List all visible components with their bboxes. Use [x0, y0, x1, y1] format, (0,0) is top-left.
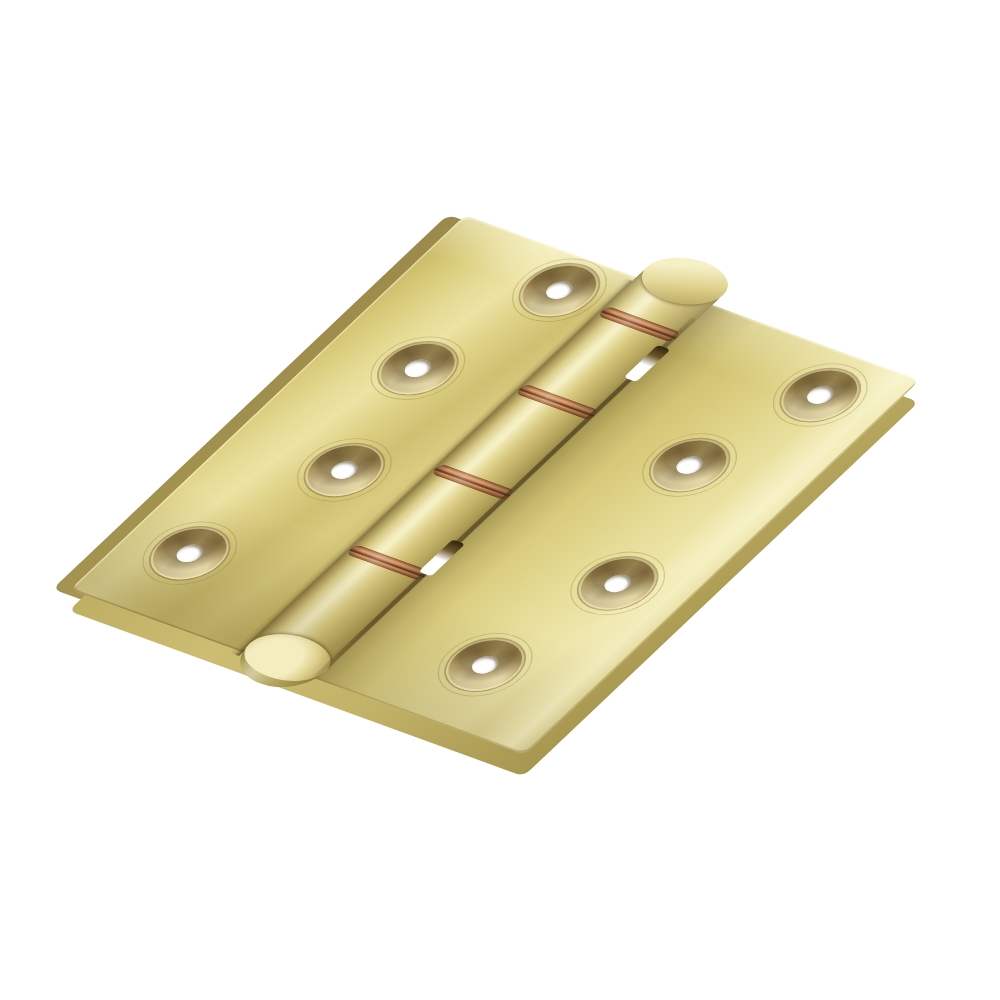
brass-hinge: [70, 215, 920, 755]
screw-hole-bore: [599, 572, 637, 596]
screw-hole-countersink: [635, 430, 745, 499]
screw-hole-bore: [326, 458, 364, 482]
screw-hole-bore: [466, 653, 504, 677]
screw-hole-countersink: [289, 435, 399, 504]
screw-hole-bore: [171, 542, 209, 566]
screw-hole-bore: [802, 383, 840, 407]
screw-hole-countersink: [504, 256, 614, 325]
screw-hole-countersink: [135, 519, 245, 588]
product-photo-stage: [0, 0, 1000, 1000]
screw-hole-bore: [541, 278, 579, 302]
screw-hole-countersink: [563, 549, 673, 618]
screw-hole-countersink: [363, 334, 473, 403]
screw-holes-layer: [70, 215, 920, 755]
screw-hole-bore: [399, 356, 437, 380]
screw-hole-countersink: [765, 360, 875, 429]
screw-hole-countersink: [430, 630, 540, 699]
screw-hole-bore: [671, 453, 709, 477]
